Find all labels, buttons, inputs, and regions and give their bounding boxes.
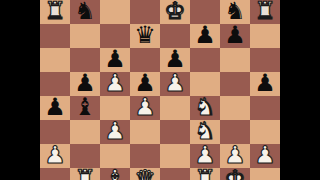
white-pawn[interactable]: ♟ (164, 71, 186, 95)
white-queen[interactable]: ♛ (134, 167, 156, 180)
black-king[interactable]: ♚ (164, 0, 186, 23)
white-pawn[interactable]: ♟ (134, 95, 156, 119)
square-b1[interactable]: ♜ (70, 168, 100, 180)
square-g6[interactable] (220, 48, 250, 72)
white-pawn[interactable]: ♟ (104, 71, 126, 95)
white-knight[interactable]: ♞ (194, 119, 216, 143)
black-pawn[interactable]: ♟ (134, 71, 156, 95)
white-pawn[interactable]: ♟ (44, 143, 66, 167)
square-e2[interactable] (160, 144, 190, 168)
video-frame: ♜♞♚♞♜♛♟♟♟♟♟♟♟♟♟♟♝♟♞♟♞♟♟♟♟♜♝♛♜♚ (0, 0, 320, 180)
square-h4[interactable] (250, 96, 280, 120)
square-b4[interactable]: ♝ (70, 96, 100, 120)
black-knight[interactable]: ♞ (224, 0, 246, 23)
square-g5[interactable] (220, 72, 250, 96)
black-pawn[interactable]: ♟ (104, 47, 126, 71)
square-d4[interactable]: ♟ (130, 96, 160, 120)
square-h2[interactable]: ♟ (250, 144, 280, 168)
white-pawn[interactable]: ♟ (224, 143, 246, 167)
square-b3[interactable] (70, 120, 100, 144)
black-rook[interactable]: ♜ (44, 0, 66, 23)
white-pawn[interactable]: ♟ (194, 143, 216, 167)
square-e8[interactable]: ♚ (160, 0, 190, 24)
letterbox-right (280, 0, 320, 180)
black-queen[interactable]: ♛ (134, 23, 156, 47)
square-c3[interactable]: ♟ (100, 120, 130, 144)
white-rook[interactable]: ♜ (74, 167, 96, 180)
square-g1[interactable]: ♚ (220, 168, 250, 180)
white-pawn[interactable]: ♟ (254, 143, 276, 167)
white-pawn[interactable]: ♟ (104, 119, 126, 143)
black-pawn[interactable]: ♟ (194, 23, 216, 47)
square-b7[interactable] (70, 24, 100, 48)
square-a7[interactable] (40, 24, 70, 48)
square-h7[interactable] (250, 24, 280, 48)
square-f6[interactable] (190, 48, 220, 72)
square-e5[interactable]: ♟ (160, 72, 190, 96)
square-c1[interactable]: ♝ (100, 168, 130, 180)
square-h5[interactable]: ♟ (250, 72, 280, 96)
white-rook[interactable]: ♜ (194, 167, 216, 180)
black-knight[interactable]: ♞ (74, 0, 96, 23)
square-h8[interactable]: ♜ (250, 0, 280, 24)
black-rook[interactable]: ♜ (254, 0, 276, 23)
square-g7[interactable]: ♟ (220, 24, 250, 48)
black-pawn[interactable]: ♟ (74, 71, 96, 95)
black-pawn[interactable]: ♟ (224, 23, 246, 47)
black-bishop[interactable]: ♝ (74, 95, 96, 119)
square-a4[interactable]: ♟ (40, 96, 70, 120)
white-knight[interactable]: ♞ (194, 95, 216, 119)
black-pawn[interactable]: ♟ (44, 95, 66, 119)
square-a8[interactable]: ♜ (40, 0, 70, 24)
square-b8[interactable]: ♞ (70, 0, 100, 24)
square-c8[interactable] (100, 0, 130, 24)
square-e1[interactable] (160, 168, 190, 180)
square-a6[interactable] (40, 48, 70, 72)
white-king[interactable]: ♚ (224, 167, 246, 180)
letterbox-left (0, 0, 40, 180)
black-pawn[interactable]: ♟ (254, 71, 276, 95)
square-f7[interactable]: ♟ (190, 24, 220, 48)
square-c5[interactable]: ♟ (100, 72, 130, 96)
square-e4[interactable] (160, 96, 190, 120)
square-d7[interactable]: ♛ (130, 24, 160, 48)
square-h1[interactable] (250, 168, 280, 180)
black-pawn[interactable]: ♟ (164, 47, 186, 71)
square-d3[interactable] (130, 120, 160, 144)
square-a1[interactable] (40, 168, 70, 180)
square-a2[interactable]: ♟ (40, 144, 70, 168)
square-e3[interactable] (160, 120, 190, 144)
white-bishop[interactable]: ♝ (104, 167, 126, 180)
square-g4[interactable] (220, 96, 250, 120)
chess-board: ♜♞♚♞♜♛♟♟♟♟♟♟♟♟♟♟♝♟♞♟♞♟♟♟♟♜♝♛♜♚ (40, 0, 280, 180)
square-d1[interactable]: ♛ (130, 168, 160, 180)
square-f1[interactable]: ♜ (190, 168, 220, 180)
